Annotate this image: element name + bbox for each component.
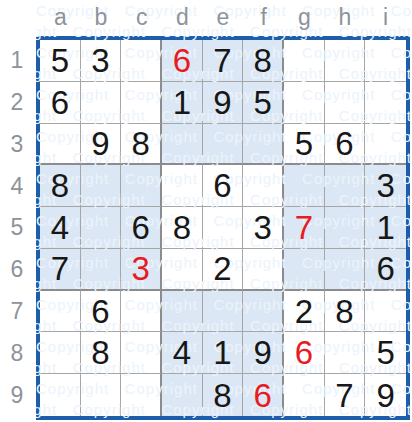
cell-d1[interactable]: 6 xyxy=(162,40,203,82)
cell-d5[interactable]: 8 xyxy=(162,207,203,249)
row-label-9: 9 xyxy=(0,374,34,416)
col-label-e: e xyxy=(203,0,244,34)
cell-f9[interactable]: 6 xyxy=(243,374,284,416)
cell-a9[interactable] xyxy=(40,374,81,416)
cell-e5[interactable] xyxy=(203,207,244,249)
col-label-h: h xyxy=(325,0,366,34)
digit-e1: 7 xyxy=(213,44,231,77)
digit-f1: 8 xyxy=(253,44,271,77)
cell-g3[interactable]: 5 xyxy=(284,124,325,166)
cell-b2[interactable] xyxy=(81,82,122,124)
digit-c6: 3 xyxy=(131,252,149,285)
cell-e4[interactable]: 6 xyxy=(203,165,244,207)
digit-e8: 1 xyxy=(213,336,231,369)
cell-i2[interactable] xyxy=(365,82,406,124)
cell-d3[interactable] xyxy=(162,124,203,166)
digit-g3: 5 xyxy=(295,127,313,160)
cell-h7[interactable]: 8 xyxy=(325,291,366,333)
cell-i4[interactable]: 3 xyxy=(365,165,406,207)
digit-g7: 2 xyxy=(295,295,313,328)
cell-d7[interactable] xyxy=(162,291,203,333)
cell-c7[interactable] xyxy=(121,291,162,333)
digit-b3: 9 xyxy=(91,127,109,160)
cell-d4[interactable] xyxy=(162,165,203,207)
cell-f7[interactable] xyxy=(243,291,284,333)
row-label-2: 2 xyxy=(0,82,34,124)
digit-a2: 6 xyxy=(51,86,69,119)
cell-h9[interactable]: 7 xyxy=(325,374,366,416)
digit-h7: 8 xyxy=(335,295,353,328)
digit-i6: 6 xyxy=(376,252,394,285)
sudoku-board: 536786195985686346837173266288419658679 xyxy=(36,36,410,420)
cell-b8[interactable]: 8 xyxy=(81,332,122,374)
cell-g4[interactable] xyxy=(284,165,325,207)
cell-d9[interactable] xyxy=(162,374,203,416)
cell-g7[interactable]: 2 xyxy=(284,291,325,333)
cell-a2[interactable]: 6 xyxy=(40,82,81,124)
digit-i8: 5 xyxy=(376,336,394,369)
cell-i9[interactable]: 9 xyxy=(365,374,406,416)
cell-b3[interactable]: 9 xyxy=(81,124,122,166)
row-label-1: 1 xyxy=(0,40,34,82)
cell-b1[interactable]: 3 xyxy=(81,40,122,82)
cell-i3[interactable] xyxy=(365,124,406,166)
digit-i4: 3 xyxy=(376,169,394,202)
cell-c9[interactable] xyxy=(121,374,162,416)
row-label-8: 8 xyxy=(0,332,34,374)
cell-e7[interactable] xyxy=(203,291,244,333)
cell-e9[interactable]: 8 xyxy=(203,374,244,416)
cell-h3[interactable]: 6 xyxy=(325,124,366,166)
cell-h2[interactable] xyxy=(325,82,366,124)
column-labels: abcdefghi xyxy=(40,0,406,34)
cell-g6[interactable] xyxy=(284,249,325,291)
digit-d1: 6 xyxy=(173,44,191,77)
cell-b5[interactable] xyxy=(81,207,122,249)
sudoku-app: Copyright Copyright Copyright Copyright … xyxy=(0,0,412,422)
digit-b1: 3 xyxy=(91,44,109,77)
digit-g5: 7 xyxy=(295,211,313,244)
cell-d6[interactable] xyxy=(162,249,203,291)
cell-c2[interactable] xyxy=(121,82,162,124)
cell-g1[interactable] xyxy=(284,40,325,82)
digit-a1: 5 xyxy=(51,44,69,77)
digit-g8: 6 xyxy=(295,336,313,369)
cell-g9[interactable] xyxy=(284,374,325,416)
cell-i5[interactable]: 1 xyxy=(365,207,406,249)
cell-a1[interactable]: 5 xyxy=(40,40,81,82)
cell-b4[interactable] xyxy=(81,165,122,207)
digit-f5: 3 xyxy=(253,211,271,244)
digit-i9: 9 xyxy=(376,379,394,412)
cell-c4[interactable] xyxy=(121,165,162,207)
row-label-3: 3 xyxy=(0,124,34,166)
cell-a7[interactable] xyxy=(40,291,81,333)
cell-i8[interactable]: 5 xyxy=(365,332,406,374)
cell-i7[interactable] xyxy=(365,291,406,333)
digit-e6: 2 xyxy=(213,252,231,285)
digit-d8: 4 xyxy=(173,336,191,369)
col-label-i: i xyxy=(365,0,406,34)
digit-h3: 6 xyxy=(335,127,353,160)
digit-b7: 6 xyxy=(91,295,109,328)
cell-f6[interactable] xyxy=(243,249,284,291)
col-label-a: a xyxy=(40,0,81,34)
cell-g5[interactable]: 7 xyxy=(284,207,325,249)
cell-a5[interactable]: 4 xyxy=(40,207,81,249)
cell-g8[interactable]: 6 xyxy=(284,332,325,374)
digit-d2: 1 xyxy=(173,86,191,119)
col-label-b: b xyxy=(81,0,122,34)
digit-f8: 9 xyxy=(253,336,271,369)
digit-a4: 8 xyxy=(51,169,69,202)
cell-g2[interactable] xyxy=(284,82,325,124)
cell-h8[interactable] xyxy=(325,332,366,374)
cell-b9[interactable] xyxy=(81,374,122,416)
cell-e2[interactable]: 9 xyxy=(203,82,244,124)
digit-d5: 8 xyxy=(173,211,191,244)
digit-f9: 6 xyxy=(253,379,271,412)
digit-e4: 6 xyxy=(213,169,231,202)
cell-c8[interactable] xyxy=(121,332,162,374)
cell-f2[interactable]: 5 xyxy=(243,82,284,124)
cell-i1[interactable] xyxy=(365,40,406,82)
digit-c3: 8 xyxy=(131,127,149,160)
row-label-7: 7 xyxy=(0,291,34,333)
cell-a6[interactable]: 7 xyxy=(40,249,81,291)
col-label-f: f xyxy=(243,0,284,34)
row-label-5: 5 xyxy=(0,207,34,249)
row-label-6: 6 xyxy=(0,249,34,291)
row-label-4: 4 xyxy=(0,165,34,207)
digit-e9: 8 xyxy=(213,379,231,412)
cell-c3[interactable]: 8 xyxy=(121,124,162,166)
digit-h9: 7 xyxy=(335,379,353,412)
digit-f2: 5 xyxy=(253,86,271,119)
cell-h4[interactable] xyxy=(325,165,366,207)
cell-h5[interactable] xyxy=(325,207,366,249)
cell-c6[interactable]: 3 xyxy=(121,249,162,291)
col-label-d: d xyxy=(162,0,203,34)
digit-a5: 4 xyxy=(51,211,69,244)
cell-h6[interactable] xyxy=(325,249,366,291)
cell-d8[interactable]: 4 xyxy=(162,332,203,374)
cell-c1[interactable] xyxy=(121,40,162,82)
cell-f8[interactable]: 9 xyxy=(243,332,284,374)
cell-e6[interactable]: 2 xyxy=(203,249,244,291)
col-label-g: g xyxy=(284,0,325,34)
cell-a3[interactable] xyxy=(40,124,81,166)
cell-e1[interactable]: 7 xyxy=(203,40,244,82)
cell-b6[interactable] xyxy=(81,249,122,291)
cell-d2[interactable]: 1 xyxy=(162,82,203,124)
cell-h1[interactable] xyxy=(325,40,366,82)
cell-f3[interactable] xyxy=(243,124,284,166)
cell-a4[interactable]: 8 xyxy=(40,165,81,207)
digit-e2: 9 xyxy=(213,86,231,119)
digit-b8: 8 xyxy=(91,336,109,369)
cell-e3[interactable] xyxy=(203,124,244,166)
digit-i5: 1 xyxy=(376,211,394,244)
cell-i6[interactable]: 6 xyxy=(365,249,406,291)
cell-f5[interactable]: 3 xyxy=(243,207,284,249)
cell-a8[interactable] xyxy=(40,332,81,374)
cell-f4[interactable] xyxy=(243,165,284,207)
cell-c5[interactable]: 6 xyxy=(121,207,162,249)
cell-e8[interactable]: 1 xyxy=(203,332,244,374)
cell-b7[interactable]: 6 xyxy=(81,291,122,333)
digit-c5: 6 xyxy=(131,211,149,244)
row-labels: 123456789 xyxy=(0,40,34,416)
cell-f1[interactable]: 8 xyxy=(243,40,284,82)
digit-a6: 7 xyxy=(51,252,69,285)
col-label-c: c xyxy=(121,0,162,34)
